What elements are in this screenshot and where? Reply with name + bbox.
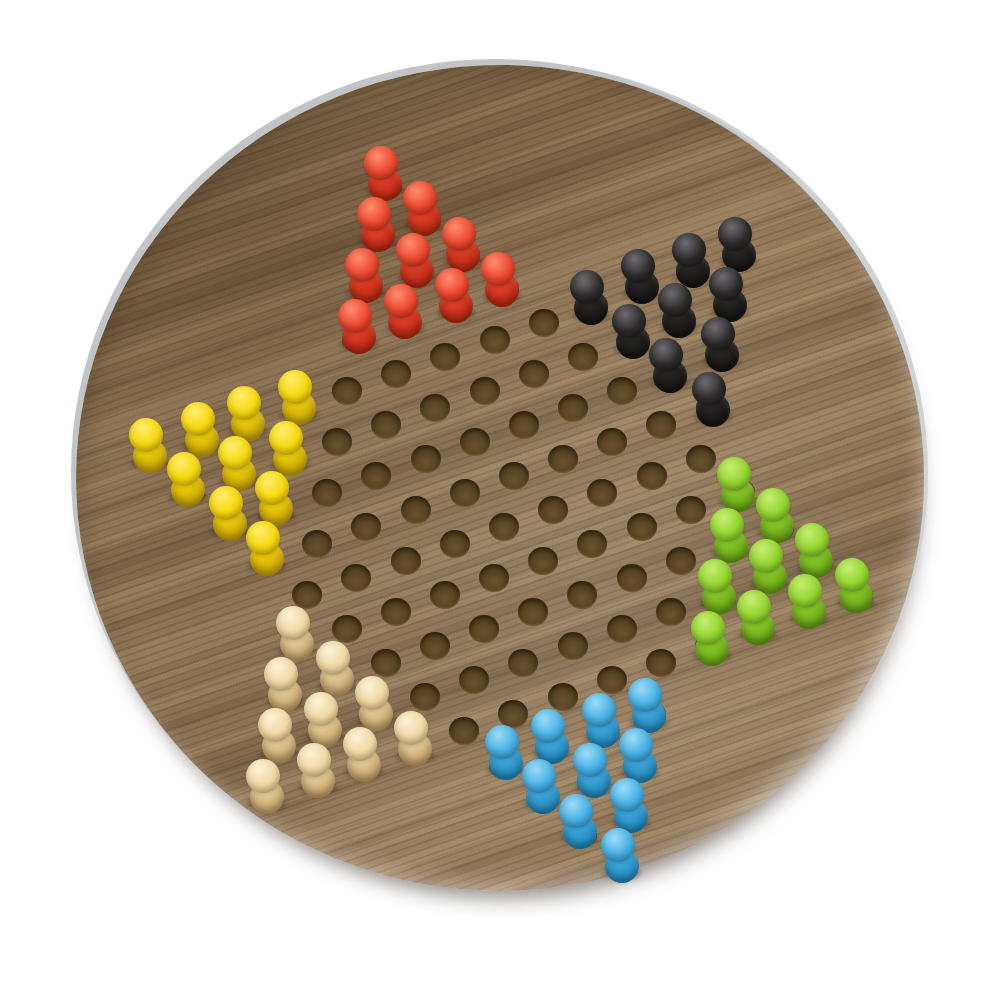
peg-head-ball [756, 488, 790, 522]
peg-head-ball [396, 233, 430, 267]
board-hole[interactable] [498, 700, 528, 728]
board-hole[interactable] [302, 530, 332, 558]
peg-head-ball [357, 197, 391, 231]
board-hole[interactable] [470, 377, 500, 405]
board-hole[interactable] [410, 683, 440, 711]
peg-head-ball [621, 249, 655, 283]
peg-head-ball [570, 270, 604, 304]
board-hole[interactable] [371, 649, 401, 677]
peg-head-ball [795, 523, 829, 557]
board-hole[interactable] [686, 445, 716, 473]
board-hole[interactable] [479, 564, 509, 592]
peg-head-ball [628, 678, 662, 712]
board-hole[interactable] [656, 598, 686, 626]
board-hole[interactable] [420, 394, 450, 422]
board-hole[interactable] [646, 411, 676, 439]
peg-head-ball [692, 372, 726, 406]
board-hole[interactable] [499, 462, 529, 490]
peg-head-ball [835, 558, 869, 592]
board-hole[interactable] [381, 360, 411, 388]
peg-head-ball [297, 743, 331, 777]
peg-head-ball [316, 641, 350, 675]
board-hole[interactable] [518, 598, 548, 626]
board-hole[interactable] [430, 343, 460, 371]
board-hole[interactable] [676, 496, 706, 524]
peg-head-ball [246, 759, 280, 793]
board-hole[interactable] [607, 615, 637, 643]
board-hole[interactable] [597, 428, 627, 456]
board-hole[interactable] [411, 445, 441, 473]
board-hole[interactable] [627, 513, 657, 541]
board-hole[interactable] [587, 479, 617, 507]
peg-head-ball [481, 252, 515, 286]
board-hole[interactable] [480, 326, 510, 354]
board-hole[interactable] [420, 632, 450, 660]
board-hole[interactable] [568, 343, 598, 371]
peg-head-ball [167, 452, 201, 486]
board-hole[interactable] [361, 462, 391, 490]
peg-head-ball [304, 692, 338, 726]
board-hole[interactable] [292, 581, 322, 609]
board-hole[interactable] [548, 683, 578, 711]
board-hole[interactable] [322, 428, 352, 456]
board-hole[interactable] [351, 513, 381, 541]
peg-head-ball [181, 402, 215, 436]
board-hole[interactable] [489, 513, 519, 541]
peg-head-ball [559, 794, 593, 828]
peg-head-ball [531, 709, 565, 743]
peg-head-ball [227, 386, 261, 420]
peg-head-ball [343, 727, 377, 761]
chinese-checkers-board [76, 65, 924, 891]
peg-head-ball [269, 421, 303, 455]
board-hole[interactable] [449, 717, 479, 745]
board-hole[interactable] [519, 360, 549, 388]
board-hole[interactable] [646, 649, 676, 677]
peg-head-ball [384, 284, 418, 318]
board-hole[interactable] [450, 479, 480, 507]
board-hole[interactable] [391, 547, 421, 575]
board-hole[interactable] [607, 377, 637, 405]
board-hole[interactable] [548, 445, 578, 473]
board-hole[interactable] [341, 564, 371, 592]
peg-head-ball [737, 590, 771, 624]
peg-head-ball [246, 521, 280, 555]
peg-head-ball [691, 611, 725, 645]
peg-head-ball [435, 268, 469, 302]
peg-head-ball [255, 471, 289, 505]
peg-head-ball [355, 676, 389, 710]
board-hole[interactable] [312, 479, 342, 507]
photo-background [0, 0, 1000, 1000]
board-hole[interactable] [597, 666, 627, 694]
board-hole[interactable] [577, 530, 607, 558]
peg-head-ball [364, 146, 398, 180]
board-hole[interactable] [440, 530, 470, 558]
board-hole[interactable] [430, 581, 460, 609]
board-hole[interactable] [558, 632, 588, 660]
peg-head-ball [276, 606, 310, 640]
peg-head-ball [601, 828, 635, 862]
board-hole[interactable] [538, 496, 568, 524]
board-hole[interactable] [381, 598, 411, 626]
peg-head-ball [672, 233, 706, 267]
peg-head-ball [258, 708, 292, 742]
board-hole[interactable] [332, 615, 362, 643]
peg-head-ball [612, 304, 646, 338]
peg-head-ball [749, 539, 783, 573]
board-hole[interactable] [371, 411, 401, 439]
peg-head-ball [522, 759, 556, 793]
board-hole[interactable] [401, 496, 431, 524]
board-hole[interactable] [558, 394, 588, 422]
peg-head-ball [394, 711, 428, 745]
board-hole[interactable] [508, 649, 538, 677]
board-hole[interactable] [469, 615, 499, 643]
board-hole[interactable] [567, 581, 597, 609]
peg-head-ball [701, 317, 735, 351]
board-hole[interactable] [459, 666, 489, 694]
peg-head-ball [788, 574, 822, 608]
peg-head-ball [442, 217, 476, 251]
board-hole[interactable] [637, 462, 667, 490]
board-hole[interactable] [529, 309, 559, 337]
peg-head-ball [619, 728, 653, 762]
peg-head-ball [485, 725, 519, 759]
board-hole[interactable] [666, 547, 696, 575]
board-hole[interactable] [528, 547, 558, 575]
peg-head-ball [218, 436, 252, 470]
board-hole[interactable] [617, 564, 647, 592]
board-hole[interactable] [332, 377, 362, 405]
board-hole[interactable] [460, 428, 490, 456]
board-hole[interactable] [509, 411, 539, 439]
peg-head-ball [610, 778, 644, 812]
